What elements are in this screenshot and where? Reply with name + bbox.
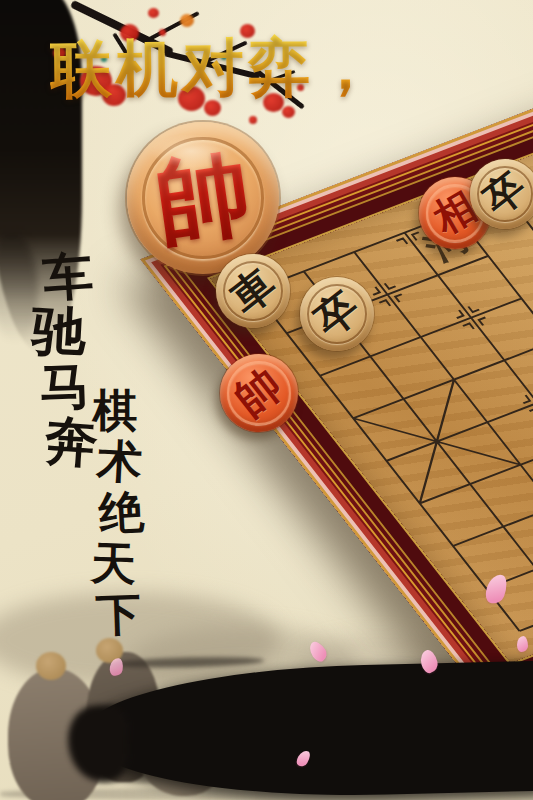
calligraphy-line-1: 车 驰 马 奔 (34, 250, 94, 470)
announcement-banner-text: 联机对弈， (50, 24, 381, 111)
red-general-glyph: 帥 (228, 362, 290, 424)
calligraphy-line-2: 棋 术 绝 天 下 (88, 386, 142, 641)
showcase-general-piece: 帥 (127, 122, 279, 274)
calligraphy-char: 驰 (31, 304, 88, 362)
black-chariot-glyph: 車 (224, 262, 283, 321)
calligraphy-char: 下 (95, 589, 142, 642)
orange-blossom (180, 14, 194, 27)
calligraphy-char: 棋 (93, 386, 138, 437)
plum-blossom (249, 116, 257, 124)
plum-blossom (148, 8, 159, 18)
piece-black-soldier-1[interactable]: 卒 (470, 159, 533, 229)
piece-black-soldier-2[interactable]: 卒 (300, 277, 374, 351)
black-soldier-glyph: 卒 (308, 285, 367, 344)
calligraphy-char: 绝 (97, 487, 145, 540)
black-soldier-glyph: 卒 (477, 166, 533, 222)
piece-black-chariot[interactable]: 車 (216, 254, 290, 328)
calligraphy-char: 术 (95, 436, 143, 489)
showcase-general-glyph: 帥 (150, 145, 256, 251)
calligraphy-char: 车 (41, 248, 95, 306)
calligraphy-char: 天 (90, 538, 137, 591)
petal (517, 636, 528, 652)
piece-red-general[interactable]: 帥 (220, 354, 298, 432)
elder-figure-head (36, 652, 66, 680)
calligraphy-char: 马 (39, 359, 91, 416)
